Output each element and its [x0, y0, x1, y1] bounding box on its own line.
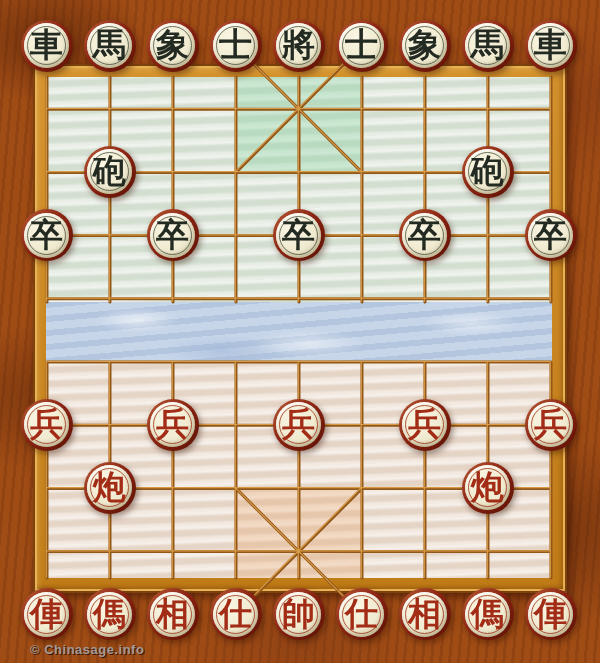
piece-black-advisor[interactable]: 士 [336, 20, 388, 72]
piece-glyph: 俥 [30, 598, 63, 631]
piece-glyph: 砲 [471, 155, 504, 188]
piece-black-advisor[interactable]: 士 [210, 20, 262, 72]
piece-glyph: 兵 [534, 408, 567, 441]
piece-red-chariot[interactable]: 俥 [525, 588, 577, 640]
piece-glyph: 兵 [30, 408, 63, 441]
piece-red-soldier[interactable]: 兵 [399, 399, 451, 451]
piece-red-elephant[interactable]: 相 [147, 588, 199, 640]
piece-red-general[interactable]: 帥 [273, 588, 325, 640]
piece-red-soldier[interactable]: 兵 [273, 399, 325, 451]
piece-red-horse[interactable]: 傌 [462, 588, 514, 640]
piece-glyph: 相 [156, 598, 189, 631]
piece-glyph: 象 [408, 29, 441, 62]
piece-glyph: 象 [156, 29, 189, 62]
piece-black-general[interactable]: 將 [273, 20, 325, 72]
board-grid: 車馬象士將士象馬車砲砲卒卒卒卒卒兵兵兵兵兵炮炮俥傌相仕帥仕相傌俥 [15, 14, 582, 646]
piece-black-cannon[interactable]: 砲 [462, 146, 514, 198]
piece-glyph: 兵 [408, 408, 441, 441]
piece-glyph: 士 [345, 29, 378, 62]
piece-red-chariot[interactable]: 俥 [21, 588, 73, 640]
piece-glyph: 炮 [93, 471, 126, 504]
piece-glyph: 馬 [471, 29, 504, 62]
piece-glyph: 馬 [93, 29, 126, 62]
piece-glyph: 傌 [471, 598, 504, 631]
piece-glyph: 士 [219, 29, 252, 62]
piece-black-soldier[interactable]: 卒 [21, 209, 73, 261]
piece-glyph: 俥 [534, 598, 567, 631]
piece-black-elephant[interactable]: 象 [399, 20, 451, 72]
piece-black-horse[interactable]: 馬 [84, 20, 136, 72]
piece-glyph: 帥 [282, 598, 315, 631]
piece-red-cannon[interactable]: 炮 [462, 462, 514, 514]
piece-glyph: 卒 [534, 219, 567, 252]
piece-black-horse[interactable]: 馬 [462, 20, 514, 72]
piece-black-soldier[interactable]: 卒 [273, 209, 325, 261]
piece-black-chariot[interactable]: 車 [21, 20, 73, 72]
piece-red-soldier[interactable]: 兵 [21, 399, 73, 451]
xiangqi-board-screenshot: 車馬象士將士象馬車砲砲卒卒卒卒卒兵兵兵兵兵炮炮俥傌相仕帥仕相傌俥 © China… [0, 0, 600, 663]
piece-glyph: 仕 [345, 598, 378, 631]
piece-glyph: 車 [534, 29, 567, 62]
piece-glyph: 將 [282, 29, 315, 62]
piece-black-cannon[interactable]: 砲 [84, 146, 136, 198]
piece-glyph: 砲 [93, 155, 126, 188]
piece-glyph: 車 [30, 29, 63, 62]
piece-glyph: 相 [408, 598, 441, 631]
copyright-watermark: © Chinasage.info [30, 642, 144, 657]
piece-glyph: 傌 [93, 598, 126, 631]
piece-red-advisor[interactable]: 仕 [210, 588, 262, 640]
piece-red-cannon[interactable]: 炮 [84, 462, 136, 514]
piece-glyph: 卒 [408, 219, 441, 252]
piece-black-soldier[interactable]: 卒 [525, 209, 577, 261]
piece-red-soldier[interactable]: 兵 [147, 399, 199, 451]
piece-glyph: 兵 [282, 408, 315, 441]
piece-glyph: 卒 [282, 219, 315, 252]
piece-red-advisor[interactable]: 仕 [336, 588, 388, 640]
piece-black-chariot[interactable]: 車 [525, 20, 577, 72]
piece-glyph: 炮 [471, 471, 504, 504]
piece-glyph: 卒 [156, 219, 189, 252]
piece-red-horse[interactable]: 傌 [84, 588, 136, 640]
piece-glyph: 仕 [219, 598, 252, 631]
piece-glyph: 兵 [156, 408, 189, 441]
piece-black-elephant[interactable]: 象 [147, 20, 199, 72]
piece-red-soldier[interactable]: 兵 [525, 399, 577, 451]
piece-glyph: 卒 [30, 219, 63, 252]
piece-black-soldier[interactable]: 卒 [147, 209, 199, 261]
piece-black-soldier[interactable]: 卒 [399, 209, 451, 261]
piece-red-elephant[interactable]: 相 [399, 588, 451, 640]
